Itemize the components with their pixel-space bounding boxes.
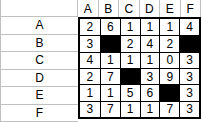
cell-C-E[interactable]: 0 [159,52,179,68]
cell-B-E[interactable]: 2 [159,35,179,51]
cell-B-D[interactable]: 4 [140,35,160,51]
cell-D-B[interactable]: 7 [100,68,120,84]
row-header-E: E [1,87,78,105]
cell-F-B[interactable]: 7 [100,101,120,117]
cell-A-C[interactable]: 1 [120,19,140,35]
cell-B-A[interactable]: 3 [80,35,100,51]
cell-B-F[interactable] [179,35,199,51]
cell-C-D[interactable]: 1 [140,52,160,68]
cell-A-A[interactable]: 2 [80,19,100,35]
cell-E-C[interactable]: 5 [120,84,140,100]
cell-F-D[interactable]: 1 [140,101,160,117]
cell-A-E[interactable]: 1 [159,19,179,35]
cell-D-D[interactable]: 3 [140,68,160,84]
cell-D-A[interactable]: 2 [80,68,100,84]
col-header-D: D [140,0,161,17]
cell-D-C[interactable] [120,68,140,84]
col-header-A: A [78,0,99,17]
cell-E-F[interactable]: 3 [179,84,199,100]
cell-C-B[interactable]: 1 [100,52,120,68]
cell-A-F[interactable]: 4 [179,19,199,35]
cell-D-F[interactable]: 3 [179,68,199,84]
cell-F-C[interactable]: 1 [120,101,140,117]
col-header-E: E [160,0,181,17]
col-header-F: F [181,0,202,17]
row-header-B: B [1,35,78,53]
cell-C-A[interactable]: 4 [80,52,100,68]
row-header-C: C [1,52,78,70]
row-header-D: D [1,70,78,88]
col-header-C: C [119,0,140,17]
cell-E-B[interactable]: 1 [100,84,120,100]
corner-cell [1,0,78,17]
cell-C-F[interactable]: 3 [179,52,199,68]
puzzle-sheet: ABCDEFABCDEF2611143242411103273931156337… [0,0,201,122]
puzzle-grid: 26111432424111032739311563371173 [78,17,201,119]
cell-F-E[interactable]: 7 [159,101,179,117]
cell-F-F[interactable]: 3 [179,101,199,117]
cell-C-C[interactable]: 1 [120,52,140,68]
cell-A-D[interactable]: 1 [140,19,160,35]
cell-E-E[interactable] [159,84,179,100]
cell-A-B[interactable]: 6 [100,19,120,35]
cell-D-E[interactable]: 9 [159,68,179,84]
cell-E-A[interactable]: 1 [80,84,100,100]
cell-E-D[interactable]: 6 [140,84,160,100]
row-header-F: F [1,105,78,123]
cell-B-B[interactable] [100,35,120,51]
col-header-B: B [99,0,120,17]
row-header-A: A [1,17,78,35]
cell-B-C[interactable]: 2 [120,35,140,51]
cell-F-A[interactable]: 3 [80,101,100,117]
